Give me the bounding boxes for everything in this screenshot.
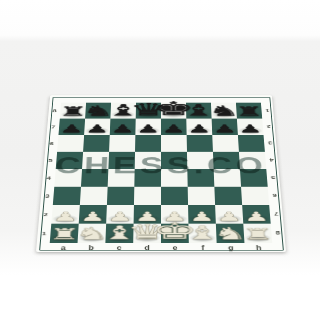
file-label-e: e xyxy=(161,244,189,251)
square-d6 xyxy=(135,135,161,152)
square-b4 xyxy=(81,169,108,187)
piece-black-pawn: ♟ xyxy=(85,123,109,134)
rank-label-right-7: 7 xyxy=(273,205,279,224)
piece-black-pawn: ♟ xyxy=(238,123,262,134)
rank-label-left-8: 8 xyxy=(52,103,57,119)
square-c7: ♟ xyxy=(110,119,136,135)
square-f6 xyxy=(187,135,213,152)
piece-white-pawn: ♟ xyxy=(52,210,78,223)
square-h7: ♟ xyxy=(237,119,264,135)
board-perspective-wrap: ♜♞♝♛♚♝♞♜♟♟♟♟♟♟♟♟♟♟♟♟♟♟♟♟♜♞♝♛♚♝♞♜ CHESS.C… xyxy=(36,2,286,252)
square-b3 xyxy=(80,187,108,205)
file-label-g: g xyxy=(217,244,245,251)
square-b7: ♟ xyxy=(84,119,110,135)
square-e3 xyxy=(161,187,188,205)
piece-black-pawn: ♟ xyxy=(187,123,211,134)
square-g1: ♞ xyxy=(216,224,245,243)
rank-label-right-4: 4 xyxy=(269,152,275,169)
rank-label-left-1: 1 xyxy=(41,224,47,243)
square-e7: ♟ xyxy=(161,119,187,135)
file-label-b: b xyxy=(77,244,105,251)
square-c6 xyxy=(109,135,135,152)
piece-black-pawn: ♟ xyxy=(59,123,83,134)
rank-label-left-3: 3 xyxy=(44,187,50,205)
square-c4 xyxy=(108,169,135,187)
square-g5 xyxy=(213,152,240,169)
rank-label-right-6: 6 xyxy=(272,187,278,205)
rank-label-right-3: 3 xyxy=(267,135,273,152)
piece-white-rook: ♜ xyxy=(242,227,274,242)
square-f7: ♟ xyxy=(186,119,212,135)
square-h2: ♟ xyxy=(242,205,271,224)
square-e5 xyxy=(161,152,187,169)
file-label-h: h xyxy=(245,244,273,251)
square-b6 xyxy=(83,135,110,152)
file-label-c: c xyxy=(105,244,133,251)
rank-label-right-5: 5 xyxy=(270,169,276,187)
rank-label-left-2: 2 xyxy=(43,205,49,224)
piece-black-pawn: ♟ xyxy=(111,123,135,134)
rank-label-right-8: 8 xyxy=(275,224,281,243)
rank-label-left-4: 4 xyxy=(46,169,52,187)
square-g7: ♟ xyxy=(212,119,238,135)
square-f5 xyxy=(187,152,214,169)
square-h5 xyxy=(239,152,266,169)
square-a3 xyxy=(53,187,81,205)
square-g4 xyxy=(214,169,241,187)
square-f3 xyxy=(188,187,215,205)
piece-black-rook: ♜ xyxy=(235,105,264,118)
square-g3 xyxy=(214,187,242,205)
file-label-a: a xyxy=(49,244,77,251)
square-c3 xyxy=(107,187,134,205)
square-h6 xyxy=(238,135,265,152)
square-h8: ♜ xyxy=(236,103,262,119)
chess-board: ♜♞♝♛♚♝♞♜♟♟♟♟♟♟♟♟♟♟♟♟♟♟♟♟♜♞♝♛♚♝♞♜ CHESS.C… xyxy=(36,95,286,252)
square-b2: ♟ xyxy=(79,205,107,224)
piece-black-pawn: ♟ xyxy=(162,123,186,134)
square-g2: ♟ xyxy=(215,205,243,224)
square-e4 xyxy=(161,169,188,187)
square-a7: ♟ xyxy=(58,119,85,135)
square-c5 xyxy=(108,152,135,169)
square-d7: ♟ xyxy=(135,119,161,135)
rank-label-left-5: 5 xyxy=(48,152,54,169)
rank-label-right-2: 2 xyxy=(266,119,271,135)
square-g8: ♞ xyxy=(211,103,237,119)
file-label-d: d xyxy=(133,244,161,251)
square-e6 xyxy=(161,135,187,152)
square-h3 xyxy=(241,187,269,205)
square-g6 xyxy=(212,135,239,152)
rank-label-left-6: 6 xyxy=(49,135,55,152)
square-b5 xyxy=(82,152,109,169)
square-d4 xyxy=(134,169,161,187)
square-a6 xyxy=(57,135,84,152)
rank-label-right-1: 1 xyxy=(265,103,270,119)
piece-black-pawn: ♟ xyxy=(213,123,237,134)
square-a2: ♟ xyxy=(51,205,80,224)
piece-white-pawn: ♟ xyxy=(243,210,269,223)
rank-label-left-7: 7 xyxy=(50,119,55,135)
product-photo: ♜♞♝♛♚♝♞♜♟♟♟♟♟♟♟♟♟♟♟♟♟♟♟♟♜♞♝♛♚♝♞♜ CHESS.C… xyxy=(0,0,320,320)
piece-black-pawn: ♟ xyxy=(136,123,160,134)
square-d5 xyxy=(135,152,161,169)
file-labels-bottom: abcdefgh xyxy=(49,243,273,251)
square-h4 xyxy=(240,169,268,187)
square-a4 xyxy=(54,169,82,187)
square-f4 xyxy=(187,169,214,187)
square-a5 xyxy=(56,152,83,169)
square-d3 xyxy=(134,187,161,205)
board-grid: ♜♞♝♛♚♝♞♜♟♟♟♟♟♟♟♟♟♟♟♟♟♟♟♟♜♞♝♛♚♝♞♜ xyxy=(50,103,273,243)
file-label-f: f xyxy=(189,244,217,251)
